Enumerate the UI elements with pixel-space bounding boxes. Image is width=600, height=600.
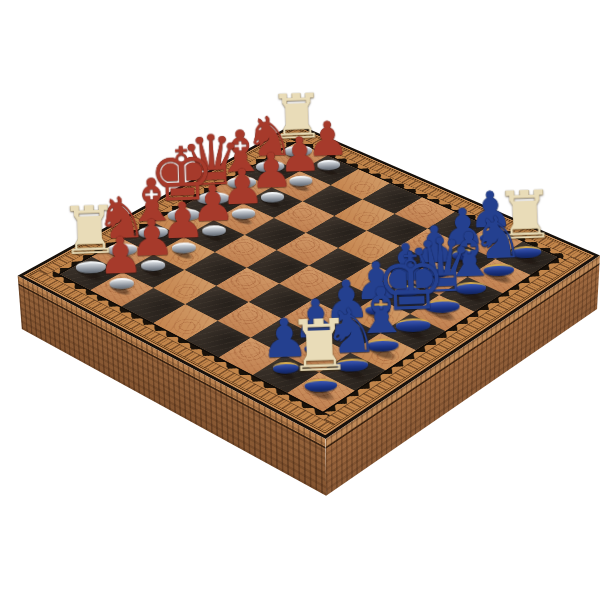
board-top: ♜♟♟♜♞♟♟♞♝♟♟♝♛♟♟♛♚♟♟♚♝♟♟♝♞♟♟♞♜♟♟♜	[18, 123, 600, 439]
product-photo: ♜♟♟♜♞♟♟♞♝♟♟♝♛♟♟♛♚♟♟♚♝♟♟♝♞♟♟♞♜♟♟♜	[0, 0, 600, 600]
rook-icon: ♜	[275, 309, 364, 383]
square-c6[interactable]	[274, 201, 334, 232]
pawn-icon: ♟	[79, 229, 162, 282]
chess-scene: ♜♟♟♜♞♟♟♞♝♟♟♝♛♟♟♛♚♟♟♚♝♟♟♝♞♟♟♞♜♟♟♜	[0, 0, 600, 600]
board-border-frame: ♜♟♟♜♞♟♟♞♝♟♟♝♛♟♟♛♚♟♟♚♝♟♟♝♞♟♟♞♜♟♟♜	[26, 127, 591, 434]
piece-figure: ♟	[79, 229, 162, 290]
chess-board: ♜♟♟♜♞♟♟♞♝♟♟♝♛♟♟♛♚♟♟♚♝♟♟♝♞♟♟♞♜♟♟♜	[18, 123, 600, 439]
piece-figure: ♜	[275, 309, 364, 393]
